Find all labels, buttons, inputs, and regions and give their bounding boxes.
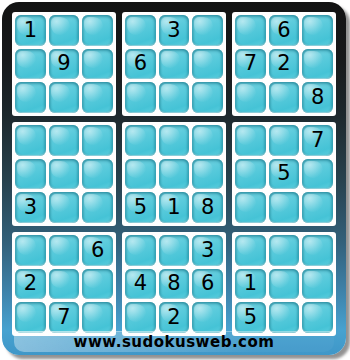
given-digit: 6 bbox=[201, 273, 214, 294]
cell-r5c2[interactable] bbox=[49, 159, 80, 190]
cell-r2c6[interactable] bbox=[192, 49, 223, 80]
cell-r1c9[interactable] bbox=[302, 15, 333, 46]
given-digit: 4 bbox=[134, 273, 147, 294]
cell-r5c1[interactable] bbox=[15, 159, 46, 190]
given-digit: 7 bbox=[57, 307, 70, 328]
cell-r2c2[interactable]: 9 bbox=[49, 49, 80, 80]
box-9: 15 bbox=[232, 232, 336, 336]
cell-r1c2[interactable] bbox=[49, 15, 80, 46]
cell-r4c3[interactable] bbox=[82, 125, 113, 156]
given-digit: 2 bbox=[167, 307, 180, 328]
box-3: 6728 bbox=[232, 12, 336, 116]
given-digit: 5 bbox=[134, 197, 147, 218]
cell-r1c7[interactable] bbox=[235, 15, 266, 46]
box-4: 3 bbox=[12, 122, 116, 226]
cell-r5c6[interactable] bbox=[192, 159, 223, 190]
cell-r3c1[interactable] bbox=[15, 82, 46, 113]
cell-r4c7[interactable] bbox=[235, 125, 266, 156]
sudoku-board: 193667283518756273486215 bbox=[12, 12, 336, 336]
cell-r6c3[interactable] bbox=[82, 192, 113, 223]
cell-r4c2[interactable] bbox=[49, 125, 80, 156]
given-digit: 7 bbox=[244, 53, 257, 74]
cell-r9c2[interactable]: 7 bbox=[49, 302, 80, 333]
cell-r1c1[interactable]: 1 bbox=[15, 15, 46, 46]
cell-r9c1[interactable] bbox=[15, 302, 46, 333]
box-6: 75 bbox=[232, 122, 336, 226]
cell-r3c4[interactable] bbox=[125, 82, 156, 113]
given-digit: 9 bbox=[57, 53, 70, 74]
cell-r8c7[interactable]: 1 bbox=[235, 269, 266, 300]
cell-r2c4[interactable]: 6 bbox=[125, 49, 156, 80]
given-digit: 8 bbox=[167, 273, 180, 294]
cell-r8c6[interactable]: 6 bbox=[192, 269, 223, 300]
cell-r5c5[interactable] bbox=[159, 159, 190, 190]
cell-r3c3[interactable] bbox=[82, 82, 113, 113]
cell-r8c5[interactable]: 8 bbox=[159, 269, 190, 300]
cell-r6c4[interactable]: 5 bbox=[125, 192, 156, 223]
given-digit: 8 bbox=[311, 87, 324, 108]
cell-r7c8[interactable] bbox=[269, 235, 300, 266]
cell-r1c5[interactable]: 3 bbox=[159, 15, 190, 46]
cell-r6c8[interactable] bbox=[269, 192, 300, 223]
cell-r8c4[interactable]: 4 bbox=[125, 269, 156, 300]
given-digit: 3 bbox=[201, 240, 214, 261]
given-digit: 1 bbox=[24, 20, 37, 41]
cell-r4c6[interactable] bbox=[192, 125, 223, 156]
given-digit: 6 bbox=[134, 53, 147, 74]
cell-r5c7[interactable] bbox=[235, 159, 266, 190]
box-7: 627 bbox=[12, 232, 116, 336]
given-digit: 3 bbox=[167, 20, 180, 41]
cell-r3c2[interactable] bbox=[49, 82, 80, 113]
cell-r3c6[interactable] bbox=[192, 82, 223, 113]
given-digit: 7 bbox=[311, 130, 324, 151]
given-digit: 6 bbox=[91, 240, 104, 261]
cell-r7c5[interactable] bbox=[159, 235, 190, 266]
cell-r6c7[interactable] bbox=[235, 192, 266, 223]
cell-r8c1[interactable]: 2 bbox=[15, 269, 46, 300]
cell-r9c4[interactable] bbox=[125, 302, 156, 333]
cell-r6c9[interactable] bbox=[302, 192, 333, 223]
cell-r7c1[interactable] bbox=[15, 235, 46, 266]
given-digit: 2 bbox=[277, 53, 290, 74]
cell-r2c1[interactable] bbox=[15, 49, 46, 80]
cell-r1c4[interactable] bbox=[125, 15, 156, 46]
cell-r3c5[interactable] bbox=[159, 82, 190, 113]
footer-band: www.sudokusweb.com bbox=[14, 331, 334, 352]
cell-r6c1[interactable]: 3 bbox=[15, 192, 46, 223]
cell-r1c8[interactable]: 6 bbox=[269, 15, 300, 46]
cell-r6c5[interactable]: 1 bbox=[159, 192, 190, 223]
cell-r1c6[interactable] bbox=[192, 15, 223, 46]
box-1: 19 bbox=[12, 12, 116, 116]
cell-r9c6[interactable] bbox=[192, 302, 223, 333]
box-8: 34862 bbox=[122, 232, 226, 336]
cell-r5c9[interactable] bbox=[302, 159, 333, 190]
cell-r2c8[interactable]: 2 bbox=[269, 49, 300, 80]
cell-r4c4[interactable] bbox=[125, 125, 156, 156]
cell-r4c8[interactable] bbox=[269, 125, 300, 156]
board-frame: 193667283518756273486215 www.sudokusweb.… bbox=[2, 2, 346, 355]
given-digit: 1 bbox=[244, 273, 257, 294]
cell-r5c4[interactable] bbox=[125, 159, 156, 190]
given-digit: 2 bbox=[24, 273, 37, 294]
cell-r3c9[interactable]: 8 bbox=[302, 82, 333, 113]
cell-r2c9[interactable] bbox=[302, 49, 333, 80]
box-5: 518 bbox=[122, 122, 226, 226]
cell-r2c3[interactable] bbox=[82, 49, 113, 80]
cell-r8c9[interactable] bbox=[302, 269, 333, 300]
cell-r9c9[interactable] bbox=[302, 302, 333, 333]
cell-r8c3[interactable] bbox=[82, 269, 113, 300]
given-digit: 8 bbox=[201, 197, 214, 218]
cell-r5c3[interactable] bbox=[82, 159, 113, 190]
cell-r3c7[interactable] bbox=[235, 82, 266, 113]
cell-r6c2[interactable] bbox=[49, 192, 80, 223]
cell-r7c4[interactable] bbox=[125, 235, 156, 266]
cell-r7c7[interactable] bbox=[235, 235, 266, 266]
cell-r1c3[interactable] bbox=[82, 15, 113, 46]
cell-r4c1[interactable] bbox=[15, 125, 46, 156]
cell-r8c8[interactable] bbox=[269, 269, 300, 300]
cell-r9c7[interactable]: 5 bbox=[235, 302, 266, 333]
cell-r2c5[interactable] bbox=[159, 49, 190, 80]
cell-r4c9[interactable]: 7 bbox=[302, 125, 333, 156]
page: 193667283518756273486215 www.sudokusweb.… bbox=[0, 0, 350, 360]
given-digit: 1 bbox=[167, 197, 180, 218]
cell-r7c9[interactable] bbox=[302, 235, 333, 266]
cell-r6c6[interactable]: 8 bbox=[192, 192, 223, 223]
given-digit: 3 bbox=[24, 197, 37, 218]
cell-r9c3[interactable] bbox=[82, 302, 113, 333]
cell-r8c2[interactable] bbox=[49, 269, 80, 300]
cell-r3c8[interactable] bbox=[269, 82, 300, 113]
box-2: 36 bbox=[122, 12, 226, 116]
cell-r5c8[interactable]: 5 bbox=[269, 159, 300, 190]
cell-r9c5[interactable]: 2 bbox=[159, 302, 190, 333]
given-digit: 5 bbox=[244, 307, 257, 328]
cell-r7c3[interactable]: 6 bbox=[82, 235, 113, 266]
given-digit: 5 bbox=[277, 163, 290, 184]
cell-r9c8[interactable] bbox=[269, 302, 300, 333]
cell-r7c6[interactable]: 3 bbox=[192, 235, 223, 266]
given-digit: 6 bbox=[277, 20, 290, 41]
site-url: www.sudokusweb.com bbox=[74, 333, 275, 351]
cell-r7c2[interactable] bbox=[49, 235, 80, 266]
cell-r4c5[interactable] bbox=[159, 125, 190, 156]
cell-r2c7[interactable]: 7 bbox=[235, 49, 266, 80]
